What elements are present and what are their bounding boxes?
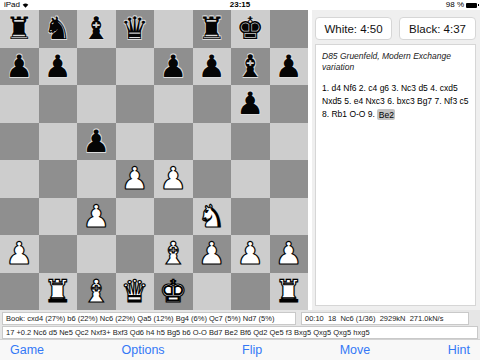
bottom-toolbar: Game Options Flip Move Hint: [0, 339, 480, 360]
notation-card[interactable]: D85 Gruenfeld, Modern Exchange variation…: [315, 44, 476, 306]
square-a6[interactable]: [0, 85, 39, 123]
chess-app-screen: iPad 23:15 98 % ♜♞♝♛♜♚♟♟♟♟♝♟♟♟♟♟♟♞♟♝♟♟♟♜…: [0, 0, 480, 360]
square-c1[interactable]: ♝: [77, 273, 116, 311]
square-b4[interactable]: [39, 160, 78, 198]
square-d7[interactable]: [116, 48, 155, 86]
square-h1[interactable]: ♜: [270, 273, 309, 311]
square-h6[interactable]: [270, 85, 309, 123]
square-f6[interactable]: [193, 85, 232, 123]
square-g1[interactable]: [231, 273, 270, 311]
square-f8[interactable]: ♜: [193, 10, 232, 48]
square-b6[interactable]: [39, 85, 78, 123]
white-pawn: ♟: [275, 238, 303, 269]
current-move-highlight[interactable]: Be2: [377, 109, 395, 120]
square-h3[interactable]: [270, 198, 309, 236]
chess-board[interactable]: ♜♞♝♛♜♚♟♟♟♟♝♟♟♟♟♟♟♞♟♝♟♟♟♜♝♛♚♜: [0, 10, 308, 310]
square-b1[interactable]: ♜: [39, 273, 78, 311]
black-pawn: ♟: [198, 51, 226, 82]
square-g3[interactable]: [231, 198, 270, 236]
square-g7[interactable]: ♝: [231, 48, 270, 86]
hint-button[interactable]: Hint: [448, 343, 470, 357]
square-h5[interactable]: [270, 123, 309, 161]
square-c2[interactable]: [77, 235, 116, 273]
black-bishop: ♝: [236, 51, 264, 82]
square-c6[interactable]: [77, 85, 116, 123]
square-a3[interactable]: [0, 198, 39, 236]
engine-analysis-line: 17 +0.2 Nc6 d5 Ne5 Qc2 Nxf3+ Bxf3 Qd6 h4…: [2, 326, 478, 339]
move-list-text: 1. d4 Nf6 2. c4 g6 3. Nc3 d5 4. cxd5 Nxd…: [322, 83, 468, 119]
square-e2[interactable]: ♝: [154, 235, 193, 273]
white-knight: ♞: [198, 201, 226, 232]
square-a4[interactable]: [0, 160, 39, 198]
square-e7[interactable]: ♟: [154, 48, 193, 86]
black-pawn: ♟: [236, 88, 264, 119]
flip-button[interactable]: Flip: [242, 343, 262, 357]
white-pawn: ♟: [121, 163, 149, 194]
square-c3[interactable]: ♟: [77, 198, 116, 236]
white-rook: ♜: [44, 276, 72, 307]
square-c4[interactable]: [77, 160, 116, 198]
white-pawn: ♟: [82, 201, 110, 232]
square-e5[interactable]: [154, 123, 193, 161]
square-h2[interactable]: ♟: [270, 235, 309, 273]
black-pawn: ♟: [275, 51, 303, 82]
square-e3[interactable]: [154, 198, 193, 236]
square-b2[interactable]: [39, 235, 78, 273]
square-e4[interactable]: ♟: [154, 160, 193, 198]
game-button[interactable]: Game: [10, 343, 44, 357]
square-a1[interactable]: [0, 273, 39, 311]
black-pawn: ♟: [5, 51, 33, 82]
white-clock-button[interactable]: White: 4:50: [315, 17, 392, 40]
square-b7[interactable]: ♟: [39, 48, 78, 86]
square-c5[interactable]: ♟: [77, 123, 116, 161]
battery-percent: 98 %: [446, 0, 464, 10]
square-c7[interactable]: [77, 48, 116, 86]
square-d4[interactable]: ♟: [116, 160, 155, 198]
black-knight: ♞: [44, 13, 72, 44]
engine-status-line: 00:10 18 Nc6 (1/36) 2929kN 271.0kN/s: [301, 312, 469, 325]
square-h7[interactable]: ♟: [270, 48, 309, 86]
square-h8[interactable]: [270, 10, 309, 48]
square-d5[interactable]: [116, 123, 155, 161]
square-e6[interactable]: [154, 85, 193, 123]
square-a7[interactable]: ♟: [0, 48, 39, 86]
white-queen: ♛: [121, 276, 149, 307]
white-bishop: ♝: [159, 238, 187, 269]
square-f5[interactable]: [193, 123, 232, 161]
clock-time: 23:15: [0, 0, 480, 10]
square-a2[interactable]: ♟: [0, 235, 39, 273]
square-d1[interactable]: ♛: [116, 273, 155, 311]
square-f7[interactable]: ♟: [193, 48, 232, 86]
side-panel: White: 4:50 Black: 4:37 D85 Gruenfeld, M…: [312, 10, 480, 310]
white-pawn: ♟: [198, 238, 226, 269]
square-h4[interactable]: [270, 160, 309, 198]
black-rook: ♜: [198, 13, 226, 44]
square-g5[interactable]: [231, 123, 270, 161]
square-g2[interactable]: ♟: [231, 235, 270, 273]
square-b8[interactable]: ♞: [39, 10, 78, 48]
square-f4[interactable]: [193, 160, 232, 198]
square-d3[interactable]: [116, 198, 155, 236]
square-f3[interactable]: ♞: [193, 198, 232, 236]
square-g4[interactable]: [231, 160, 270, 198]
battery-icon: [466, 3, 477, 8]
square-a8[interactable]: ♜: [0, 10, 39, 48]
square-d6[interactable]: [116, 85, 155, 123]
white-pawn: ♟: [236, 238, 264, 269]
square-d2[interactable]: [116, 235, 155, 273]
black-clock-button[interactable]: Black: 4:37: [399, 17, 476, 40]
square-d8[interactable]: ♛: [116, 10, 155, 48]
square-f1[interactable]: [193, 273, 232, 311]
options-button[interactable]: Options: [122, 343, 165, 357]
clocks-row: White: 4:50 Black: 4:37: [312, 10, 480, 40]
black-queen: ♛: [121, 13, 149, 44]
black-pawn: ♟: [44, 51, 72, 82]
status-bar: iPad 23:15 98 %: [0, 0, 480, 10]
move-list[interactable]: 1. d4 Nf6 2. c4 g6 3. Nc3 d5 4. cxd5 Nxd…: [322, 82, 469, 121]
square-e8[interactable]: [154, 10, 193, 48]
black-king: ♚: [236, 13, 264, 44]
white-rook: ♜: [275, 276, 303, 307]
white-pawn: ♟: [159, 163, 187, 194]
square-b5[interactable]: [39, 123, 78, 161]
black-rook: ♜: [5, 13, 33, 44]
move-button[interactable]: Move: [340, 343, 371, 357]
square-e1[interactable]: ♚: [154, 273, 193, 311]
black-pawn: ♟: [82, 126, 110, 157]
square-g8[interactable]: ♚: [231, 10, 270, 48]
square-b3[interactable]: [39, 198, 78, 236]
opening-name: D85 Gruenfeld, Modern Exchange variation: [322, 51, 469, 73]
white-king: ♚: [159, 276, 187, 307]
book-moves-line[interactable]: Book: cxd4 (27%) b6 (22%) Nc6 (22%) Qa5 …: [2, 312, 296, 325]
square-f2[interactable]: ♟: [193, 235, 232, 273]
black-pawn: ♟: [159, 51, 187, 82]
square-a5[interactable]: [0, 123, 39, 161]
square-g6[interactable]: ♟: [231, 85, 270, 123]
square-c8[interactable]: ♝: [77, 10, 116, 48]
black-bishop: ♝: [82, 13, 110, 44]
white-bishop: ♝: [82, 276, 110, 307]
white-pawn: ♟: [5, 238, 33, 269]
